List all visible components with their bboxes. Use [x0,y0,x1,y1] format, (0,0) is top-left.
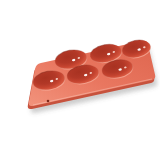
mold-illustration [0,0,160,160]
corner-hole [47,100,50,103]
photo-stage [0,0,160,160]
